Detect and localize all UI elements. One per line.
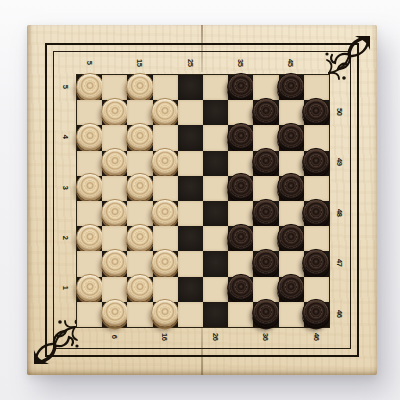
square-r7c10[interactable] [304, 226, 329, 251]
square-r2c3[interactable] [127, 100, 152, 125]
light-checker-piece[interactable] [151, 299, 179, 327]
numbering-top: 515253545 [76, 52, 328, 74]
square-r2c6[interactable] [203, 100, 228, 125]
square-r10c3[interactable] [127, 302, 152, 327]
board-number-label: 47 [328, 250, 350, 275]
board-number-label: 5 [76, 52, 101, 74]
dark-checker-piece[interactable] [252, 98, 280, 126]
square-r5c9[interactable] [279, 176, 304, 201]
square-r5c3[interactable] [127, 176, 152, 201]
light-checker-piece[interactable] [126, 274, 154, 302]
dark-checker-piece[interactable] [252, 249, 280, 277]
square-r10c9[interactable] [279, 302, 304, 327]
dark-checker-piece[interactable] [302, 148, 330, 176]
dark-checker-piece[interactable] [227, 72, 255, 100]
square-r9c8[interactable] [253, 277, 278, 302]
light-checker-piece[interactable] [101, 148, 129, 176]
square-r3c6[interactable] [203, 125, 228, 150]
square-r8c5[interactable] [178, 251, 203, 276]
square-r9c10[interactable] [304, 277, 329, 302]
square-r7c9[interactable] [279, 226, 304, 251]
square-r6c5[interactable] [178, 201, 203, 226]
light-checker-piece[interactable] [76, 72, 104, 100]
square-r8c6[interactable] [203, 251, 228, 276]
square-r7c7[interactable] [228, 226, 253, 251]
board-number-label: 4 [54, 124, 76, 149]
square-r9c3[interactable] [127, 277, 152, 302]
dark-checker-piece[interactable] [227, 123, 255, 151]
dark-checker-piece[interactable] [227, 224, 255, 252]
square-r3c5[interactable] [178, 125, 203, 150]
square-r6c6[interactable] [203, 201, 228, 226]
square-r9c2[interactable] [102, 277, 127, 302]
square-r8c10[interactable] [304, 251, 329, 276]
square-r4c7[interactable] [228, 151, 253, 176]
square-r4c3[interactable] [127, 151, 152, 176]
square-r10c1[interactable] [77, 302, 102, 327]
square-r10c10[interactable] [304, 302, 329, 327]
square-r2c5[interactable] [178, 100, 203, 125]
light-checker-piece[interactable] [76, 173, 104, 201]
square-r6c9[interactable] [279, 201, 304, 226]
board-number-label: 3 [54, 175, 76, 200]
square-r9c9[interactable] [279, 277, 304, 302]
light-checker-piece[interactable] [126, 123, 154, 151]
square-r2c7[interactable] [228, 100, 253, 125]
square-r8c9[interactable] [279, 251, 304, 276]
board-number-label: 15 [126, 52, 151, 74]
square-r10c8[interactable] [253, 302, 278, 327]
draughts-grid [76, 74, 330, 328]
square-r1c10[interactable] [304, 75, 329, 100]
square-r8c4[interactable] [153, 251, 178, 276]
square-r3c8[interactable] [253, 125, 278, 150]
square-r2c8[interactable] [253, 100, 278, 125]
square-r3c3[interactable] [127, 125, 152, 150]
dark-checker-piece[interactable] [302, 98, 330, 126]
square-r5c4[interactable] [153, 176, 178, 201]
board-number-label: 16 [152, 326, 177, 348]
square-r7c5[interactable] [178, 226, 203, 251]
floral-corner-ornament-icon [34, 318, 80, 364]
square-r4c5[interactable] [178, 151, 203, 176]
square-r4c1[interactable] [77, 151, 102, 176]
numbering-bottom: 616263646 [76, 326, 328, 348]
square-r6c3[interactable] [127, 201, 152, 226]
photo-background: 515253545 616263646 54321 5049484746 [0, 0, 400, 400]
square-r1c5[interactable] [178, 75, 203, 100]
square-r5c8[interactable] [253, 176, 278, 201]
square-r3c2[interactable] [102, 125, 127, 150]
light-checker-piece[interactable] [76, 123, 104, 151]
square-r9c4[interactable] [153, 277, 178, 302]
light-checker-piece[interactable] [151, 198, 179, 226]
square-r3c4[interactable] [153, 125, 178, 150]
square-r2c2[interactable] [102, 100, 127, 125]
square-r4c9[interactable] [279, 151, 304, 176]
square-r1c6[interactable] [203, 75, 228, 100]
dark-checker-piece[interactable] [227, 173, 255, 201]
square-r1c2[interactable] [102, 75, 127, 100]
board-number-label: 5 [54, 74, 76, 99]
square-r2c10[interactable] [304, 100, 329, 125]
square-r1c7[interactable] [228, 75, 253, 100]
board-number-label: 25 [177, 52, 202, 74]
square-r7c2[interactable] [102, 226, 127, 251]
square-r2c4[interactable] [153, 100, 178, 125]
square-r7c4[interactable] [153, 226, 178, 251]
square-r10c6[interactable] [203, 302, 228, 327]
light-checker-piece[interactable] [151, 98, 179, 126]
square-r4c6[interactable] [203, 151, 228, 176]
square-r9c1[interactable] [77, 277, 102, 302]
light-checker-piece[interactable] [126, 173, 154, 201]
light-checker-piece[interactable] [126, 72, 154, 100]
square-r8c2[interactable] [102, 251, 127, 276]
dark-checker-piece[interactable] [252, 198, 280, 226]
square-r7c8[interactable] [253, 226, 278, 251]
square-r1c1[interactable] [77, 75, 102, 100]
square-r7c6[interactable] [203, 226, 228, 251]
dark-checker-piece[interactable] [252, 148, 280, 176]
square-r10c5[interactable] [178, 302, 203, 327]
square-r8c7[interactable] [228, 251, 253, 276]
square-r5c1[interactable] [77, 176, 102, 201]
square-r2c1[interactable] [77, 100, 102, 125]
board-number-label: 49 [328, 150, 350, 175]
dark-checker-piece[interactable] [302, 198, 330, 226]
square-r3c9[interactable] [279, 125, 304, 150]
wooden-board: 515253545 616263646 54321 5049484746 [27, 25, 377, 375]
board-number-label: 36 [252, 326, 277, 348]
square-r10c2[interactable] [102, 302, 127, 327]
light-checker-piece[interactable] [101, 98, 129, 126]
square-r6c10[interactable] [304, 201, 329, 226]
light-checker-piece[interactable] [76, 274, 104, 302]
floral-corner-ornament-icon [324, 36, 370, 82]
dark-checker-piece[interactable] [302, 299, 330, 327]
light-checker-piece[interactable] [101, 198, 129, 226]
square-r5c6[interactable] [203, 176, 228, 201]
square-r6c7[interactable] [228, 201, 253, 226]
square-r5c10[interactable] [304, 176, 329, 201]
square-r4c8[interactable] [253, 151, 278, 176]
square-r6c4[interactable] [153, 201, 178, 226]
dark-checker-piece[interactable] [252, 299, 280, 327]
light-checker-piece[interactable] [76, 224, 104, 252]
dark-checker-piece[interactable] [302, 249, 330, 277]
numbering-right: 5049484746 [328, 74, 350, 326]
square-r1c3[interactable] [127, 75, 152, 100]
square-r8c3[interactable] [127, 251, 152, 276]
board-number-label: 6 [101, 326, 126, 348]
numbering-left: 54321 [54, 74, 76, 326]
board-number-label: 46 [303, 326, 328, 348]
board-number-label: 46 [328, 301, 350, 326]
square-r6c2[interactable] [102, 201, 127, 226]
board-number-label: 1 [54, 276, 76, 301]
fold-seam-bottom [201, 328, 203, 375]
square-r8c8[interactable] [253, 251, 278, 276]
board-number-label: 45 [278, 52, 303, 74]
square-r5c7[interactable] [228, 176, 253, 201]
dark-checker-piece[interactable] [227, 274, 255, 302]
square-r3c10[interactable] [304, 125, 329, 150]
square-r3c1[interactable] [77, 125, 102, 150]
square-r10c7[interactable] [228, 302, 253, 327]
board-number-label: 26 [202, 326, 227, 348]
board-number-label: 35 [227, 52, 252, 74]
fold-seam-top [201, 25, 203, 72]
square-r6c1[interactable] [77, 201, 102, 226]
square-r9c5[interactable] [178, 277, 203, 302]
dark-checker-piece[interactable] [277, 173, 305, 201]
square-r2c9[interactable] [279, 100, 304, 125]
square-r9c6[interactable] [203, 277, 228, 302]
square-r7c1[interactable] [77, 226, 102, 251]
dark-checker-piece[interactable] [277, 274, 305, 302]
square-r1c4[interactable] [153, 75, 178, 100]
square-r1c9[interactable] [279, 75, 304, 100]
square-r10c4[interactable] [153, 302, 178, 327]
light-checker-piece[interactable] [151, 148, 179, 176]
square-r3c7[interactable] [228, 125, 253, 150]
board-number-label: 2 [54, 225, 76, 250]
light-checker-piece[interactable] [151, 249, 179, 277]
square-r4c2[interactable] [102, 151, 127, 176]
light-checker-piece[interactable] [101, 249, 129, 277]
square-r4c4[interactable] [153, 151, 178, 176]
square-r8c1[interactable] [77, 251, 102, 276]
board-number-label: 48 [328, 200, 350, 225]
light-checker-piece[interactable] [126, 224, 154, 252]
square-r6c8[interactable] [253, 201, 278, 226]
square-r5c2[interactable] [102, 176, 127, 201]
light-checker-piece[interactable] [101, 299, 129, 327]
dark-checker-piece[interactable] [277, 72, 305, 100]
dark-checker-piece[interactable] [277, 123, 305, 151]
board-number-label: 50 [328, 99, 350, 124]
square-r9c7[interactable] [228, 277, 253, 302]
dark-checker-piece[interactable] [277, 224, 305, 252]
square-r1c8[interactable] [253, 75, 278, 100]
square-r4c10[interactable] [304, 151, 329, 176]
square-r5c5[interactable] [178, 176, 203, 201]
square-r7c3[interactable] [127, 226, 152, 251]
